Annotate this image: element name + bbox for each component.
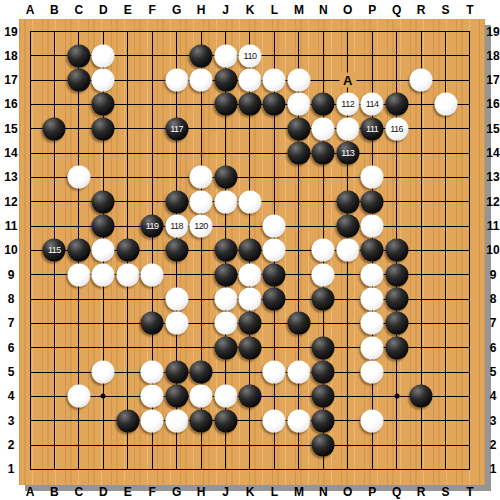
stone-black-O12 xyxy=(336,190,359,213)
coord-top: B xyxy=(50,3,59,17)
coord-top: A xyxy=(26,3,35,17)
stone-white-G11: 118 xyxy=(165,215,188,238)
coord-top: Q xyxy=(392,3,401,17)
go-board: 110112114117111116113119118120115A xyxy=(19,19,485,485)
coord-top: D xyxy=(99,3,108,17)
coord-bottom: G xyxy=(172,485,181,499)
coord-right: 19 xyxy=(486,25,499,39)
stone-white-P11 xyxy=(361,215,384,238)
stone-white-N15 xyxy=(312,117,335,140)
coord-left: 18 xyxy=(4,49,17,63)
coord-right: 18 xyxy=(486,49,499,63)
stone-black-H5 xyxy=(190,361,213,384)
coord-right: 12 xyxy=(486,195,499,209)
coord-bottom: M xyxy=(294,485,304,499)
move-number: 119 xyxy=(146,222,159,231)
coord-right: 1 xyxy=(490,462,497,476)
stone-black-E10 xyxy=(116,239,139,262)
coord-left: 15 xyxy=(4,122,17,136)
stone-white-P7 xyxy=(361,312,384,335)
coord-left: 13 xyxy=(4,170,17,184)
coord-top: N xyxy=(319,3,328,17)
stone-black-K16 xyxy=(238,93,261,116)
stone-white-F9 xyxy=(141,263,164,286)
stone-white-J7 xyxy=(214,312,237,335)
stone-black-G10 xyxy=(165,239,188,262)
stone-white-K12 xyxy=(238,190,261,213)
stone-white-P13 xyxy=(361,166,384,189)
stone-black-P12 xyxy=(361,190,384,213)
stone-black-K6 xyxy=(238,336,261,359)
coord-top: E xyxy=(124,3,132,17)
stone-black-Q7 xyxy=(385,312,408,335)
stone-white-J4 xyxy=(214,385,237,408)
coord-left: 9 xyxy=(8,268,15,282)
stone-black-K10 xyxy=(238,239,261,262)
coord-right: 8 xyxy=(490,292,497,306)
coord-right: 15 xyxy=(486,122,499,136)
coord-right: 14 xyxy=(486,146,499,160)
coord-bottom: S xyxy=(442,485,450,499)
stone-white-P5 xyxy=(361,361,384,384)
stone-white-J18 xyxy=(214,44,237,67)
stone-black-L16 xyxy=(263,93,286,116)
coord-left: 12 xyxy=(4,195,17,209)
coord-left: 8 xyxy=(8,292,15,306)
coord-left: 3 xyxy=(8,414,15,428)
stone-white-F5 xyxy=(141,361,164,384)
stone-white-L5 xyxy=(263,361,286,384)
stone-white-L11 xyxy=(263,215,286,238)
coord-left: 17 xyxy=(4,73,17,87)
move-number: 120 xyxy=(194,222,208,231)
stone-white-F3 xyxy=(141,409,164,432)
coord-bottom: R xyxy=(417,485,426,499)
stone-white-L10 xyxy=(263,239,286,262)
stone-white-P8 xyxy=(361,288,384,311)
coord-bottom: T xyxy=(466,485,473,499)
stone-black-C18 xyxy=(67,44,90,67)
stone-black-R4 xyxy=(410,385,433,408)
stone-black-B10: 115 xyxy=(43,239,66,262)
stone-black-D12 xyxy=(92,190,115,213)
stone-white-J8 xyxy=(214,288,237,311)
coord-right: 6 xyxy=(490,341,497,355)
stone-white-D9 xyxy=(92,263,115,286)
stone-black-D16 xyxy=(92,93,115,116)
move-number: 113 xyxy=(341,149,354,158)
coord-left: 11 xyxy=(5,219,18,233)
coord-right: 13 xyxy=(486,170,499,184)
move-number: 110 xyxy=(244,51,257,60)
stone-black-J3 xyxy=(214,409,237,432)
stone-white-C9 xyxy=(67,263,90,286)
coord-right: 2 xyxy=(490,438,497,452)
coord-bottom: D xyxy=(99,485,108,499)
coord-right: 16 xyxy=(486,97,499,111)
coord-top: S xyxy=(442,3,450,17)
move-number: 117 xyxy=(170,124,183,133)
stone-white-M16 xyxy=(287,93,310,116)
stone-black-Q9 xyxy=(385,263,408,286)
coord-bottom: A xyxy=(26,485,35,499)
stone-white-N10 xyxy=(312,239,335,262)
stone-black-L9 xyxy=(263,263,286,286)
stone-black-N4 xyxy=(312,385,335,408)
coord-left: 2 xyxy=(8,438,15,452)
stone-white-H4 xyxy=(190,385,213,408)
stone-black-D15 xyxy=(92,117,115,140)
stone-black-F7 xyxy=(141,312,164,335)
stone-black-J6 xyxy=(214,336,237,359)
coord-right: 5 xyxy=(490,365,497,379)
coord-bottom: B xyxy=(50,485,59,499)
stone-white-C13 xyxy=(67,166,90,189)
stone-black-H3 xyxy=(190,409,213,432)
stone-white-J12 xyxy=(214,190,237,213)
stone-white-P9 xyxy=(361,263,384,286)
coord-left: 4 xyxy=(8,389,15,403)
coord-bottom: K xyxy=(246,485,255,499)
stone-black-Q8 xyxy=(385,288,408,311)
move-number: 112 xyxy=(341,100,354,109)
stone-black-N14 xyxy=(312,142,335,165)
stone-black-G5 xyxy=(165,361,188,384)
coord-top: M xyxy=(294,3,304,17)
stone-black-C17 xyxy=(67,69,90,92)
move-number: 116 xyxy=(390,124,403,133)
stone-white-G8 xyxy=(165,288,188,311)
stone-white-F4 xyxy=(141,385,164,408)
move-number: 111 xyxy=(366,124,378,133)
stone-white-H12 xyxy=(190,190,213,213)
stone-white-K18: 110 xyxy=(238,44,261,67)
stone-black-Q6 xyxy=(385,336,408,359)
stone-black-Q10 xyxy=(385,239,408,262)
stone-white-R17 xyxy=(410,69,433,92)
stone-white-G3 xyxy=(165,409,188,432)
stone-white-K17 xyxy=(238,69,261,92)
stone-white-L17 xyxy=(263,69,286,92)
coord-top: J xyxy=(222,3,229,17)
coord-top: F xyxy=(149,3,156,17)
stone-white-O15 xyxy=(336,117,359,140)
coord-top: O xyxy=(343,3,352,17)
stone-white-O16: 112 xyxy=(336,93,359,116)
coord-left: 7 xyxy=(8,316,15,330)
stone-black-N5 xyxy=(312,361,335,384)
coord-bottom: F xyxy=(149,485,156,499)
stone-white-K8 xyxy=(238,288,261,311)
stone-black-J16 xyxy=(214,93,237,116)
coord-bottom: O xyxy=(343,485,352,499)
stone-white-H17 xyxy=(190,69,213,92)
stone-black-P10 xyxy=(361,239,384,262)
grid-line-horizontal xyxy=(30,445,470,446)
stone-white-K9 xyxy=(238,263,261,286)
coord-bottom: H xyxy=(197,485,206,499)
coord-top: P xyxy=(368,3,376,17)
coord-bottom: C xyxy=(75,485,84,499)
stone-white-S16 xyxy=(434,93,457,116)
stone-black-D11 xyxy=(92,215,115,238)
stone-white-D10 xyxy=(92,239,115,262)
stone-black-J13 xyxy=(214,166,237,189)
stone-white-H11: 120 xyxy=(190,215,213,238)
stone-black-M14 xyxy=(287,142,310,165)
stone-white-Q15: 116 xyxy=(385,117,408,140)
stone-white-G7 xyxy=(165,312,188,335)
coord-top: G xyxy=(172,3,181,17)
stone-black-B15 xyxy=(43,117,66,140)
stone-white-D18 xyxy=(92,44,115,67)
stone-white-M5 xyxy=(287,361,310,384)
stone-black-J9 xyxy=(214,263,237,286)
coord-bottom: P xyxy=(368,485,376,499)
annotation-A: A xyxy=(339,73,356,88)
move-number: 114 xyxy=(366,100,379,109)
coord-top: L xyxy=(271,3,278,17)
move-number: 115 xyxy=(48,246,61,255)
coord-left: 6 xyxy=(8,341,15,355)
stone-black-J17 xyxy=(214,69,237,92)
stone-black-G15: 117 xyxy=(165,117,188,140)
coord-left: 16 xyxy=(4,97,17,111)
stone-white-M3 xyxy=(287,409,310,432)
stone-white-H13 xyxy=(190,166,213,189)
stone-white-D5 xyxy=(92,361,115,384)
coord-top: R xyxy=(417,3,426,17)
stone-white-G17 xyxy=(165,69,188,92)
stone-black-K4 xyxy=(238,385,261,408)
stone-black-N16 xyxy=(312,93,335,116)
stone-black-F11: 119 xyxy=(141,215,164,238)
stone-black-N6 xyxy=(312,336,335,359)
stone-black-O14: 113 xyxy=(336,142,359,165)
star-point xyxy=(394,394,399,399)
coord-top: C xyxy=(75,3,84,17)
grid-line-horizontal xyxy=(30,420,470,421)
coord-right: 17 xyxy=(486,73,499,87)
move-number: 118 xyxy=(170,222,183,231)
stone-white-E9 xyxy=(116,263,139,286)
grid-line-horizontal xyxy=(30,469,470,470)
stone-black-N3 xyxy=(312,409,335,432)
stone-black-P15: 111 xyxy=(361,117,384,140)
stone-black-G4 xyxy=(165,385,188,408)
coord-right: 3 xyxy=(490,414,497,428)
stone-white-C4 xyxy=(67,385,90,408)
stone-white-M17 xyxy=(287,69,310,92)
coord-right: 10 xyxy=(486,243,499,257)
coord-left: 14 xyxy=(4,146,17,160)
grid-line-vertical xyxy=(469,32,470,470)
coord-left: 10 xyxy=(4,243,17,257)
coord-top: H xyxy=(197,3,206,17)
stone-black-M15 xyxy=(287,117,310,140)
stone-white-L3 xyxy=(263,409,286,432)
stone-black-H18 xyxy=(190,44,213,67)
stone-black-G12 xyxy=(165,190,188,213)
stone-black-K7 xyxy=(238,312,261,335)
stone-white-P16: 114 xyxy=(361,93,384,116)
coord-right: 9 xyxy=(490,268,497,282)
coord-bottom: L xyxy=(271,485,278,499)
stone-black-L8 xyxy=(263,288,286,311)
stone-black-E3 xyxy=(116,409,139,432)
coord-left: 5 xyxy=(8,365,15,379)
stone-black-O11 xyxy=(336,215,359,238)
coord-right: 7 xyxy=(490,316,497,330)
stone-black-J10 xyxy=(214,239,237,262)
coord-bottom: N xyxy=(319,485,328,499)
stone-black-M7 xyxy=(287,312,310,335)
stone-white-O10 xyxy=(336,239,359,262)
coord-right: 11 xyxy=(487,219,500,233)
coord-bottom: E xyxy=(124,485,132,499)
go-diagram: 110112114117111116113119118120115A AABBC… xyxy=(0,0,500,500)
coord-left: 1 xyxy=(8,462,15,476)
stone-black-Q16 xyxy=(385,93,408,116)
stone-white-P6 xyxy=(361,336,384,359)
stone-black-N8 xyxy=(312,288,335,311)
coord-left: 19 xyxy=(4,25,17,39)
coord-top: T xyxy=(466,3,473,17)
coord-bottom: J xyxy=(222,485,229,499)
coord-bottom: Q xyxy=(392,485,401,499)
stone-black-C10 xyxy=(67,239,90,262)
coord-top: K xyxy=(246,3,255,17)
stone-black-N2 xyxy=(312,434,335,457)
coord-right: 4 xyxy=(490,389,497,403)
stone-white-D17 xyxy=(92,69,115,92)
stone-white-N9 xyxy=(312,263,335,286)
star-point xyxy=(101,394,106,399)
stone-white-P3 xyxy=(361,409,384,432)
